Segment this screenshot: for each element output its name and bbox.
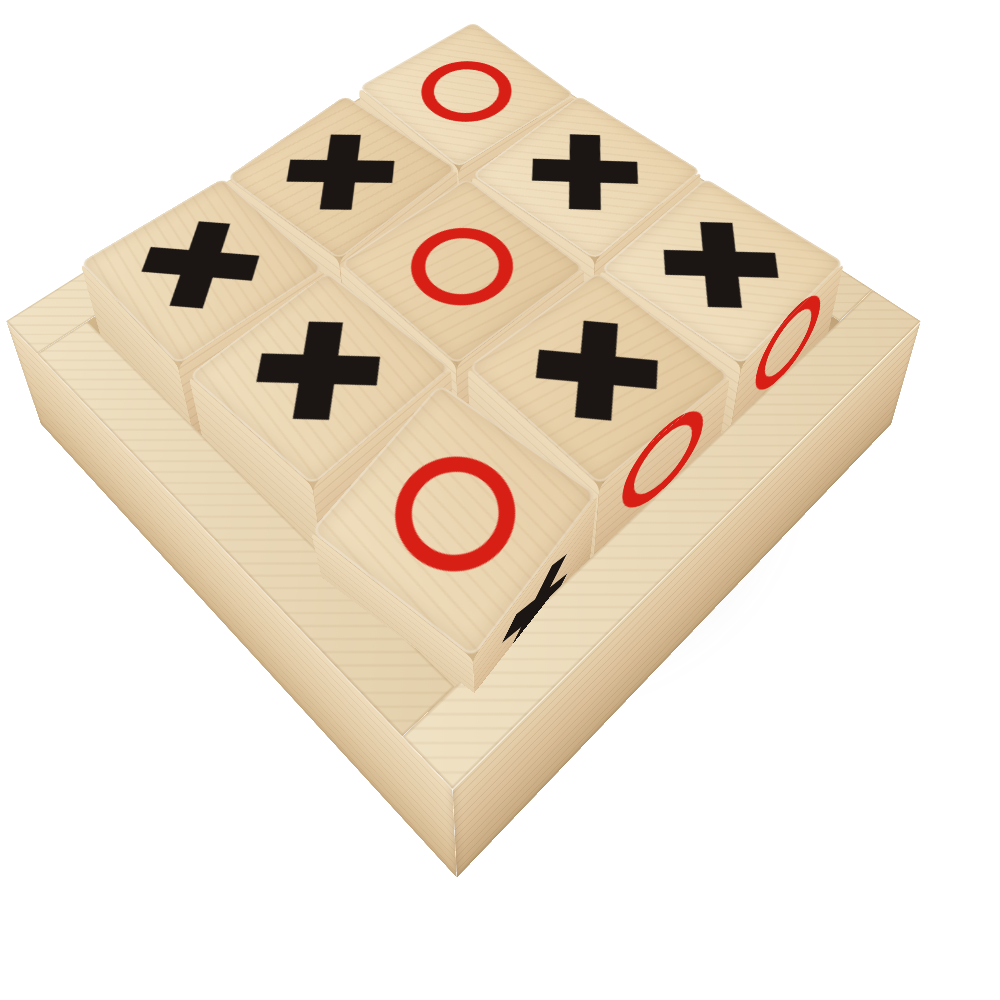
o-mark	[403, 49, 530, 134]
o-mark	[390, 213, 534, 322]
product-photo-stage: ✖✖✖✖✖✖✖	[0, 0, 1000, 1000]
tictactoe-board: ✖✖✖✖✖✖✖	[27, 88, 904, 842]
o-mark	[371, 435, 540, 596]
scene: ✖✖✖✖✖✖✖	[0, 0, 1000, 1000]
